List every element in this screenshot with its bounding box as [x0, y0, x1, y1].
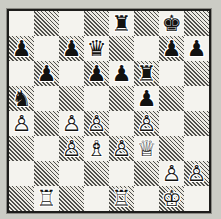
square-a3 [9, 136, 34, 161]
square-e8: ♜ [109, 11, 134, 36]
white-pawn: ♙ [137, 111, 157, 136]
square-d2 [84, 161, 109, 186]
square-c1 [59, 186, 84, 211]
square-c7: ♟ [59, 36, 84, 61]
square-h4 [184, 111, 209, 136]
square-g6 [159, 61, 184, 86]
square-b7 [34, 36, 59, 61]
black-queen: ♛ [87, 36, 107, 61]
square-g3 [159, 136, 184, 161]
white-bishop: ♗ [87, 136, 107, 161]
square-h5 [184, 86, 209, 111]
square-c8 [59, 11, 84, 36]
black-king: ♚ [162, 11, 182, 36]
white-pawn: ♙ [162, 161, 182, 186]
square-g8: ♚ [159, 11, 184, 36]
white-pawn: ♙ [112, 136, 132, 161]
square-g7: ♟ [159, 36, 184, 61]
square-c5 [59, 86, 84, 111]
square-c6 [59, 61, 84, 86]
square-a4: ♙ [9, 111, 34, 136]
square-b5 [34, 86, 59, 111]
square-f4: ♙ [134, 111, 159, 136]
square-b2 [34, 161, 59, 186]
square-c4: ♙ [59, 111, 84, 136]
square-g2: ♙ [159, 161, 184, 186]
square-e5 [109, 86, 134, 111]
square-h8 [184, 11, 209, 36]
black-pawn: ♟ [37, 61, 57, 86]
black-pawn: ♟ [87, 61, 107, 86]
square-a8 [9, 11, 34, 36]
square-a1 [9, 186, 34, 211]
square-h3 [184, 136, 209, 161]
square-d7: ♛ [84, 36, 109, 61]
square-h1 [184, 186, 209, 211]
square-g1: ♔ [159, 186, 184, 211]
white-queen: ♕ [137, 136, 157, 161]
square-f2 [134, 161, 159, 186]
square-e3: ♙ [109, 136, 134, 161]
square-g5 [159, 86, 184, 111]
square-h6 [184, 61, 209, 86]
white-pawn: ♙ [62, 111, 82, 136]
black-pawn: ♟ [137, 86, 157, 111]
square-e7 [109, 36, 134, 61]
square-f5: ♟ [134, 86, 159, 111]
square-b8 [34, 11, 59, 36]
black-pawn: ♟ [112, 61, 132, 86]
square-f8 [134, 11, 159, 36]
square-d8 [84, 11, 109, 36]
white-pawn: ♙ [87, 111, 107, 136]
square-a6 [9, 61, 34, 86]
square-d5 [84, 86, 109, 111]
square-c2 [59, 161, 84, 186]
square-e1: ♖ [109, 186, 134, 211]
square-b6: ♟ [34, 61, 59, 86]
square-f7 [134, 36, 159, 61]
square-f3: ♕ [134, 136, 159, 161]
square-b3 [34, 136, 59, 161]
black-rook: ♜ [112, 11, 132, 36]
square-b4 [34, 111, 59, 136]
square-e6: ♟ [109, 61, 134, 86]
black-rook: ♜ [137, 61, 157, 86]
white-pawn: ♙ [12, 111, 32, 136]
square-a5: ♞ [9, 86, 34, 111]
square-f1 [134, 186, 159, 211]
square-d6: ♟ [84, 61, 109, 86]
square-e4 [109, 111, 134, 136]
square-h7: ♟ [184, 36, 209, 61]
white-king: ♔ [162, 186, 182, 211]
square-a2 [9, 161, 34, 186]
square-d3: ♗ [84, 136, 109, 161]
square-a7: ♟ [9, 36, 34, 61]
black-pawn: ♟ [12, 36, 32, 61]
white-rook: ♖ [112, 186, 132, 211]
square-d1 [84, 186, 109, 211]
square-h2: ♙ [184, 161, 209, 186]
square-b1: ♖ [34, 186, 59, 211]
black-pawn: ♟ [187, 36, 207, 61]
white-pawn: ♙ [187, 161, 207, 186]
white-rook: ♖ [37, 186, 57, 211]
square-g4 [159, 111, 184, 136]
square-d4: ♙ [84, 111, 109, 136]
white-pawn: ♙ [62, 136, 82, 161]
square-e2 [109, 161, 134, 186]
square-c3: ♙ [59, 136, 84, 161]
black-knight: ♞ [12, 86, 32, 111]
square-f6: ♜ [134, 61, 159, 86]
black-pawn: ♟ [162, 36, 182, 61]
black-pawn: ♟ [62, 36, 82, 61]
chess-board: ♜♚♟♟♛♟♟♟♟♟♜♞♟♙♙♙♙♙♗♙♕♙♙♖♖♔ [7, 9, 211, 213]
